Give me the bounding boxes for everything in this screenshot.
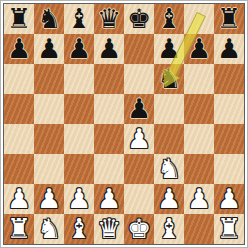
white-bishop: ♝ (67, 214, 91, 244)
square-a8[interactable]: ♜ (4, 4, 34, 34)
white-rook: ♜ (217, 214, 241, 244)
black-rook: ♜ (217, 4, 241, 34)
square-a7[interactable]: ♟ (4, 34, 34, 64)
white-king: ♚ (127, 214, 151, 244)
black-pawn: ♟ (187, 34, 211, 64)
square-d1[interactable]: ♛ (94, 214, 124, 244)
board-frame: ♜♞♝♛♚♝♜♟♟♟♟♟♟♟♞♟♟♞♟♟♟♟♟♟♟♜♞♝♛♚♝♜ (0, 0, 248, 248)
square-h7[interactable]: ♟ (214, 34, 244, 64)
white-pawn: ♟ (127, 124, 151, 154)
square-c4[interactable] (64, 124, 94, 154)
black-pawn: ♟ (157, 34, 181, 64)
square-h5[interactable] (214, 94, 244, 124)
square-g7[interactable]: ♟ (184, 34, 214, 64)
white-knight: ♞ (157, 154, 181, 184)
black-bishop: ♝ (157, 4, 181, 34)
white-pawn: ♟ (217, 184, 241, 214)
square-b2[interactable]: ♟ (34, 184, 64, 214)
square-a4[interactable] (4, 124, 34, 154)
square-f8[interactable]: ♝ (154, 4, 184, 34)
square-d5[interactable] (94, 94, 124, 124)
square-c6[interactable] (64, 64, 94, 94)
square-b6[interactable] (34, 64, 64, 94)
square-c5[interactable] (64, 94, 94, 124)
square-f6[interactable]: ♞ (154, 64, 184, 94)
square-a6[interactable] (4, 64, 34, 94)
square-f1[interactable]: ♝ (154, 214, 184, 244)
square-c8[interactable]: ♝ (64, 4, 94, 34)
square-c7[interactable]: ♟ (64, 34, 94, 64)
square-f7[interactable]: ♟ (154, 34, 184, 64)
square-e3[interactable] (124, 154, 154, 184)
square-e8[interactable]: ♚ (124, 4, 154, 34)
square-f5[interactable] (154, 94, 184, 124)
white-pawn: ♟ (67, 184, 91, 214)
square-d4[interactable] (94, 124, 124, 154)
white-rook: ♜ (7, 214, 31, 244)
white-pawn: ♟ (37, 184, 61, 214)
square-b7[interactable]: ♟ (34, 34, 64, 64)
black-pawn: ♟ (67, 34, 91, 64)
chess-board: ♜♞♝♛♚♝♜♟♟♟♟♟♟♟♞♟♟♞♟♟♟♟♟♟♟♜♞♝♛♚♝♜ (3, 3, 245, 245)
white-knight: ♞ (37, 214, 61, 244)
white-pawn: ♟ (7, 184, 31, 214)
square-c1[interactable]: ♝ (64, 214, 94, 244)
square-g3[interactable] (184, 154, 214, 184)
white-queen: ♛ (97, 214, 121, 244)
square-d2[interactable]: ♟ (94, 184, 124, 214)
square-d7[interactable]: ♟ (94, 34, 124, 64)
square-h2[interactable]: ♟ (214, 184, 244, 214)
black-pawn: ♟ (7, 34, 31, 64)
black-pawn: ♟ (127, 94, 151, 124)
black-pawn: ♟ (97, 34, 121, 64)
square-g6[interactable] (184, 64, 214, 94)
square-a1[interactable]: ♜ (4, 214, 34, 244)
white-bishop: ♝ (157, 214, 181, 244)
black-knight: ♞ (157, 64, 181, 94)
black-king: ♚ (127, 4, 151, 34)
white-pawn: ♟ (187, 184, 211, 214)
square-g1[interactable] (184, 214, 214, 244)
square-f2[interactable]: ♟ (154, 184, 184, 214)
square-h3[interactable] (214, 154, 244, 184)
square-d3[interactable] (94, 154, 124, 184)
square-g2[interactable]: ♟ (184, 184, 214, 214)
black-knight: ♞ (37, 4, 61, 34)
black-bishop: ♝ (67, 4, 91, 34)
black-queen: ♛ (97, 4, 121, 34)
square-e4[interactable]: ♟ (124, 124, 154, 154)
black-pawn: ♟ (217, 34, 241, 64)
square-c2[interactable]: ♟ (64, 184, 94, 214)
square-h4[interactable] (214, 124, 244, 154)
square-h6[interactable] (214, 64, 244, 94)
black-rook: ♜ (7, 4, 31, 34)
square-e6[interactable] (124, 64, 154, 94)
square-f3[interactable]: ♞ (154, 154, 184, 184)
square-e5[interactable]: ♟ (124, 94, 154, 124)
white-pawn: ♟ (157, 184, 181, 214)
square-g8[interactable] (184, 4, 214, 34)
square-b4[interactable] (34, 124, 64, 154)
square-b3[interactable] (34, 154, 64, 184)
square-a5[interactable] (4, 94, 34, 124)
square-c3[interactable] (64, 154, 94, 184)
white-pawn: ♟ (97, 184, 121, 214)
square-e7[interactable] (124, 34, 154, 64)
square-b1[interactable]: ♞ (34, 214, 64, 244)
square-f4[interactable] (154, 124, 184, 154)
square-h8[interactable]: ♜ (214, 4, 244, 34)
square-b8[interactable]: ♞ (34, 4, 64, 34)
square-b5[interactable] (34, 94, 64, 124)
square-g5[interactable] (184, 94, 214, 124)
square-a2[interactable]: ♟ (4, 184, 34, 214)
square-g4[interactable] (184, 124, 214, 154)
square-a3[interactable] (4, 154, 34, 184)
square-d8[interactable]: ♛ (94, 4, 124, 34)
black-pawn: ♟ (37, 34, 61, 64)
square-e2[interactable] (124, 184, 154, 214)
square-e1[interactable]: ♚ (124, 214, 154, 244)
square-d6[interactable] (94, 64, 124, 94)
square-h1[interactable]: ♜ (214, 214, 244, 244)
